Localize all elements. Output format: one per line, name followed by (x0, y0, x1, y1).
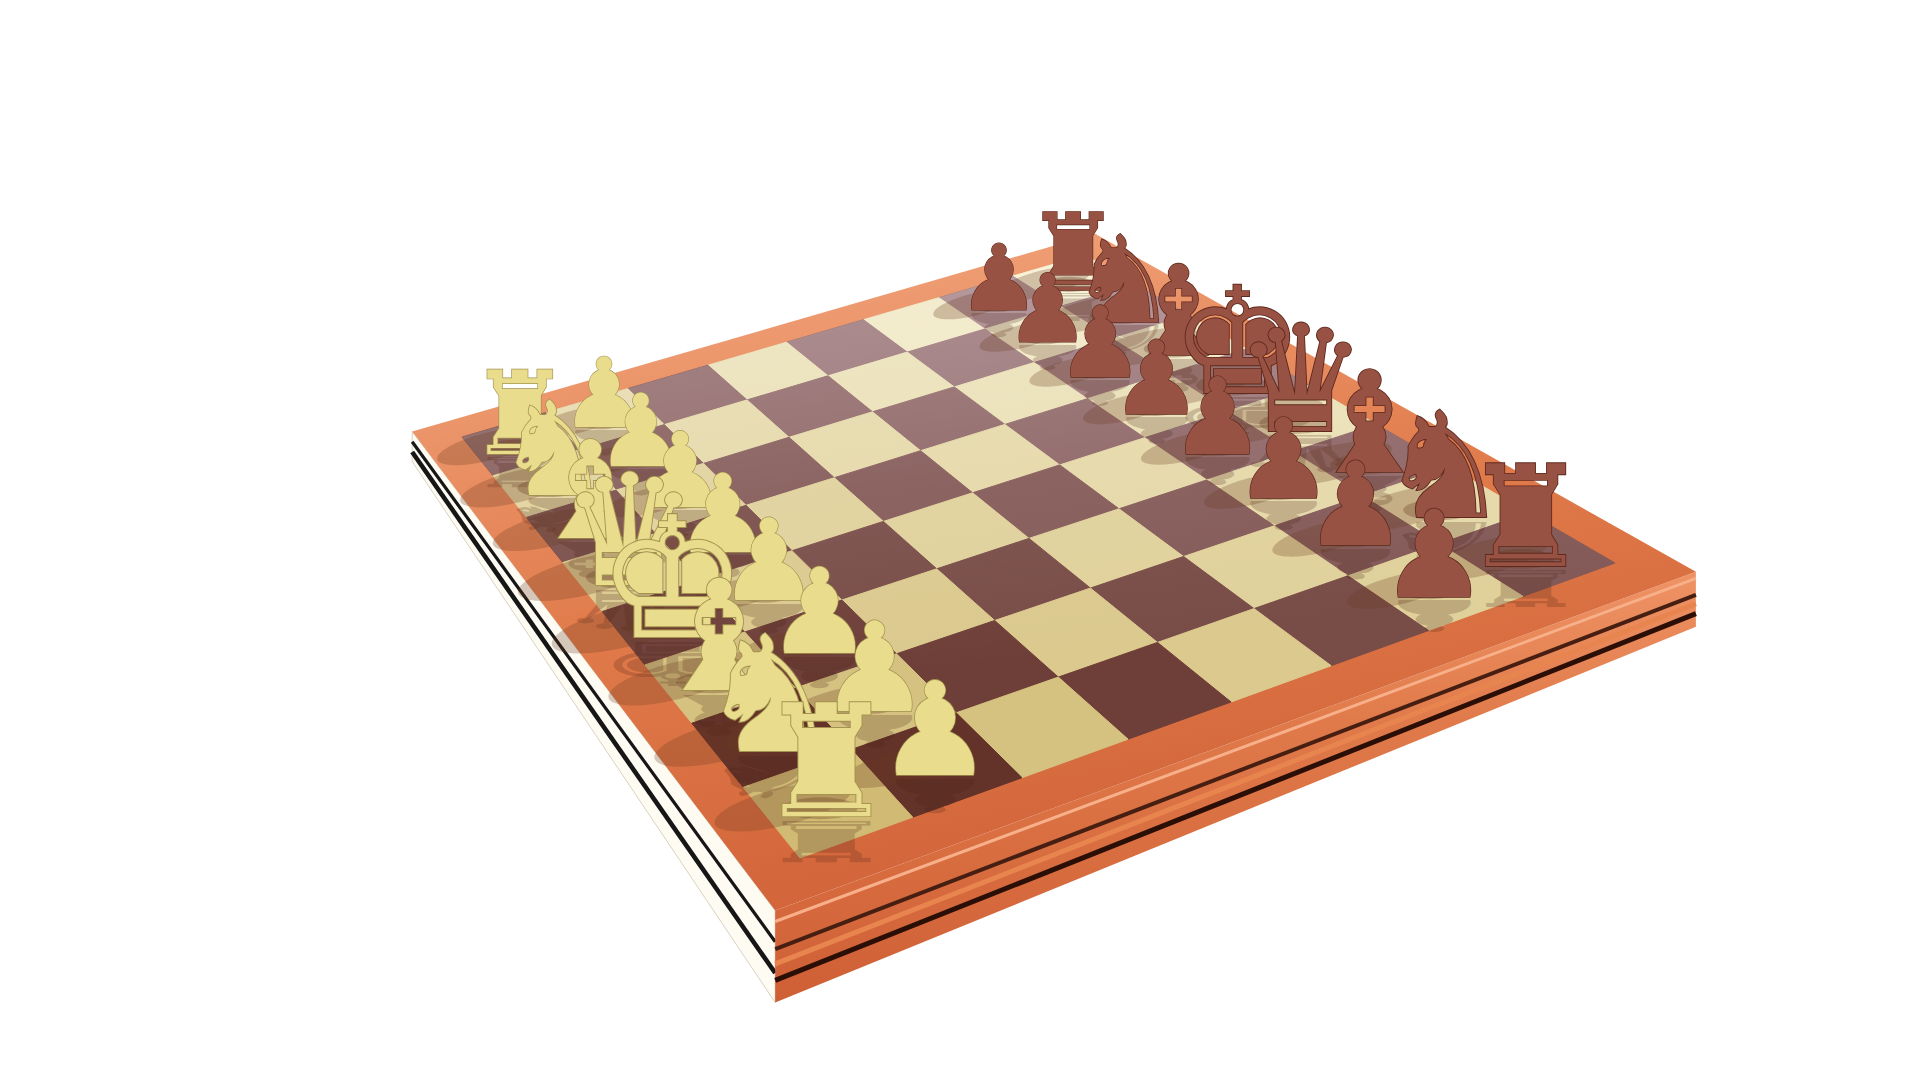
piece-white-rook-h1[interactable]: ♜ (757, 671, 897, 853)
chess-set-render: ♜♜♟♟♞♞♟♟♟♟♝♝♜♜♟♟♟♟♚♚♞♞♟♟♟♟♛♛♝♝♟♟♟♟♝♝♛♛♟♟… (0, 0, 1920, 1080)
piece-black-pawn-h7[interactable]: ♟ (1380, 484, 1489, 626)
chess-board-3d: ♜♜♟♟♞♞♟♟♟♟♝♝♜♜♟♟♟♟♚♚♞♞♟♟♟♟♛♛♝♝♟♟♟♟♝♝♛♛♟♟… (0, 0, 1920, 1080)
